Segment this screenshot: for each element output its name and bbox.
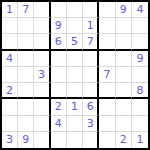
cell-r4c9[interactable]: 9 xyxy=(132,51,148,67)
cell-r3c4[interactable]: 6 xyxy=(51,34,67,50)
cell-r5c2[interactable] xyxy=(18,67,34,83)
cell-r7c2[interactable] xyxy=(18,99,34,115)
cell-r6c5[interactable] xyxy=(67,83,83,99)
cell-r1c6[interactable] xyxy=(83,2,99,18)
cell-r3c7[interactable] xyxy=(99,34,115,50)
cell-r3c8[interactable] xyxy=(116,34,132,50)
cell-r4c3[interactable] xyxy=(34,51,50,67)
cell-r8c5[interactable] xyxy=(67,116,83,132)
cell-r1c8[interactable]: 9 xyxy=(116,2,132,18)
cell-r8c1[interactable] xyxy=(2,116,18,132)
cell-r4c7[interactable] xyxy=(99,51,115,67)
cell-r2c5[interactable] xyxy=(67,18,83,34)
cell-r3c2[interactable] xyxy=(18,34,34,50)
cell-r7c8[interactable] xyxy=(116,99,132,115)
cell-r6c8[interactable] xyxy=(116,83,132,99)
cell-r8c8[interactable] xyxy=(116,116,132,132)
cell-r4c4[interactable] xyxy=(51,51,67,67)
cell-r6c1[interactable]: 2 xyxy=(2,83,18,99)
cell-r1c9[interactable]: 4 xyxy=(132,2,148,18)
cell-r9c7[interactable] xyxy=(99,132,115,148)
cell-r4c1[interactable]: 4 xyxy=(2,51,18,67)
cell-r1c4[interactable] xyxy=(51,2,67,18)
cell-r9c3[interactable] xyxy=(34,132,50,148)
cell-r9c8[interactable]: 2 xyxy=(116,132,132,148)
cell-r5c9[interactable] xyxy=(132,67,148,83)
cell-r8c2[interactable] xyxy=(18,116,34,132)
cell-r5c1[interactable] xyxy=(2,67,18,83)
cell-r5c7[interactable]: 7 xyxy=(99,67,115,83)
cell-r3c1[interactable] xyxy=(2,34,18,50)
cell-r8c7[interactable] xyxy=(99,116,115,132)
cell-r8c9[interactable] xyxy=(132,116,148,132)
cell-r5c6[interactable] xyxy=(83,67,99,83)
cell-r3c6[interactable]: 7 xyxy=(83,34,99,50)
cell-r2c6[interactable]: 1 xyxy=(83,18,99,34)
cell-r6c3[interactable] xyxy=(34,83,50,99)
cell-r6c7[interactable] xyxy=(99,83,115,99)
cell-r2c3[interactable] xyxy=(34,18,50,34)
cell-r1c1[interactable]: 1 xyxy=(2,2,18,18)
sudoku-board: 179491657493728216433921 xyxy=(0,0,150,150)
cell-r2c1[interactable] xyxy=(2,18,18,34)
cell-r1c3[interactable] xyxy=(34,2,50,18)
cell-r7c4[interactable]: 2 xyxy=(51,99,67,115)
cell-r4c5[interactable] xyxy=(67,51,83,67)
cell-r3c9[interactable] xyxy=(132,34,148,50)
cell-r5c4[interactable] xyxy=(51,67,67,83)
cell-r2c2[interactable] xyxy=(18,18,34,34)
cell-r8c3[interactable] xyxy=(34,116,50,132)
cell-r2c7[interactable] xyxy=(99,18,115,34)
cell-r8c6[interactable]: 3 xyxy=(83,116,99,132)
cell-r9c4[interactable] xyxy=(51,132,67,148)
cell-r9c6[interactable] xyxy=(83,132,99,148)
cell-r5c3[interactable]: 3 xyxy=(34,67,50,83)
cell-r9c1[interactable]: 3 xyxy=(2,132,18,148)
cell-r7c9[interactable] xyxy=(132,99,148,115)
cell-r5c8[interactable] xyxy=(116,67,132,83)
cell-r1c2[interactable]: 7 xyxy=(18,2,34,18)
cell-r4c6[interactable] xyxy=(83,51,99,67)
cell-r7c5[interactable]: 1 xyxy=(67,99,83,115)
cell-r3c3[interactable] xyxy=(34,34,50,50)
cell-r7c6[interactable]: 6 xyxy=(83,99,99,115)
cell-r6c6[interactable] xyxy=(83,83,99,99)
cell-r1c5[interactable] xyxy=(67,2,83,18)
cell-r1c7[interactable] xyxy=(99,2,115,18)
cell-r8c4[interactable]: 4 xyxy=(51,116,67,132)
cell-r2c8[interactable] xyxy=(116,18,132,34)
cell-r9c5[interactable] xyxy=(67,132,83,148)
cell-r7c7[interactable] xyxy=(99,99,115,115)
cell-r4c8[interactable] xyxy=(116,51,132,67)
cell-r9c2[interactable]: 9 xyxy=(18,132,34,148)
cell-r2c9[interactable] xyxy=(132,18,148,34)
cell-r7c1[interactable] xyxy=(2,99,18,115)
cell-r6c2[interactable] xyxy=(18,83,34,99)
cell-r6c4[interactable] xyxy=(51,83,67,99)
cell-r6c9[interactable]: 8 xyxy=(132,83,148,99)
cell-r5c5[interactable] xyxy=(67,67,83,83)
cell-r4c2[interactable] xyxy=(18,51,34,67)
cell-r9c9[interactable]: 1 xyxy=(132,132,148,148)
cell-r3c5[interactable]: 5 xyxy=(67,34,83,50)
cell-r2c4[interactable]: 9 xyxy=(51,18,67,34)
cell-r7c3[interactable] xyxy=(34,99,50,115)
